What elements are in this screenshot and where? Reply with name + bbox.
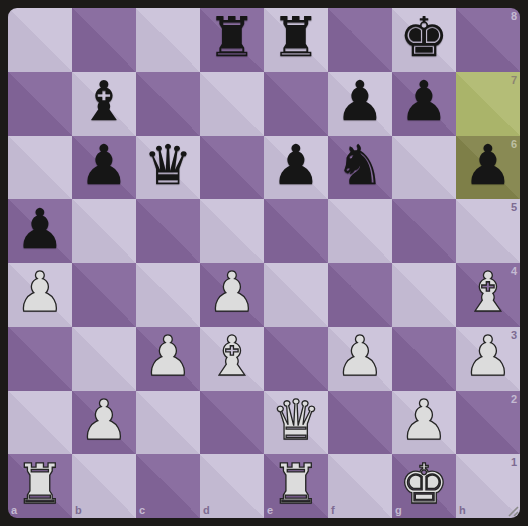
piece-black-king[interactable]: ♚ xyxy=(392,8,456,72)
page-background: { "game": "chess", "board_theme": "purpl… xyxy=(0,0,528,526)
square-e5[interactable] xyxy=(264,199,328,263)
piece-white-pawn[interactable]: ♟ xyxy=(456,327,520,391)
piece-white-bishop[interactable]: ♝ xyxy=(200,327,264,391)
square-a4[interactable]: ♟ xyxy=(8,263,72,327)
square-b6[interactable]: ♟ xyxy=(72,136,136,200)
square-f5[interactable] xyxy=(328,199,392,263)
square-c5[interactable] xyxy=(136,199,200,263)
square-e3[interactable] xyxy=(264,327,328,391)
square-c3[interactable]: ♟ xyxy=(136,327,200,391)
square-c4[interactable] xyxy=(136,263,200,327)
piece-black-queen[interactable]: ♛ xyxy=(136,136,200,200)
square-g3[interactable] xyxy=(392,327,456,391)
piece-black-pawn[interactable]: ♟ xyxy=(264,136,328,200)
square-b5[interactable] xyxy=(72,199,136,263)
piece-white-pawn[interactable]: ♟ xyxy=(328,327,392,391)
square-h6[interactable]: 6♟ xyxy=(456,136,520,200)
piece-white-pawn[interactable]: ♟ xyxy=(72,391,136,455)
coord-rank-1: 1 xyxy=(511,456,517,468)
coord-file-b: b xyxy=(75,504,82,516)
square-a7[interactable] xyxy=(8,72,72,136)
square-d6[interactable] xyxy=(200,136,264,200)
square-b7[interactable]: ♝ xyxy=(72,72,136,136)
square-a5[interactable]: ♟ xyxy=(8,199,72,263)
square-g8[interactable]: ♚ xyxy=(392,8,456,72)
square-f8[interactable] xyxy=(328,8,392,72)
square-d4[interactable]: ♟ xyxy=(200,263,264,327)
square-g4[interactable] xyxy=(392,263,456,327)
square-f7[interactable]: ♟ xyxy=(328,72,392,136)
coord-file-h: h xyxy=(459,504,466,516)
piece-white-pawn[interactable]: ♟ xyxy=(136,327,200,391)
square-h5[interactable]: 5 xyxy=(456,199,520,263)
square-c1[interactable]: c xyxy=(136,454,200,518)
square-a8[interactable] xyxy=(8,8,72,72)
piece-white-rook[interactable]: ♜ xyxy=(264,454,328,518)
square-c7[interactable] xyxy=(136,72,200,136)
chessboard-frame: ♜♜♚8♝♟♟7♟♛♟♞6♟♟5♟♟4♝♟♝♟3♟♟♛♟2a♜bcde♜fg♚1… xyxy=(8,8,520,518)
square-e4[interactable] xyxy=(264,263,328,327)
square-b1[interactable]: b xyxy=(72,454,136,518)
square-e7[interactable] xyxy=(264,72,328,136)
piece-white-queen[interactable]: ♛ xyxy=(264,391,328,455)
square-a2[interactable] xyxy=(8,391,72,455)
square-d5[interactable] xyxy=(200,199,264,263)
square-d1[interactable]: d xyxy=(200,454,264,518)
square-e2[interactable]: ♛ xyxy=(264,391,328,455)
coord-rank-8: 8 xyxy=(511,10,517,22)
coord-rank-5: 5 xyxy=(511,201,517,213)
square-d2[interactable] xyxy=(200,391,264,455)
square-h4[interactable]: 4♝ xyxy=(456,263,520,327)
piece-black-pawn[interactable]: ♟ xyxy=(328,72,392,136)
coord-file-c: c xyxy=(139,504,145,516)
square-f1[interactable]: f xyxy=(328,454,392,518)
square-a3[interactable] xyxy=(8,327,72,391)
square-g7[interactable]: ♟ xyxy=(392,72,456,136)
square-e6[interactable]: ♟ xyxy=(264,136,328,200)
square-e1[interactable]: e♜ xyxy=(264,454,328,518)
square-d3[interactable]: ♝ xyxy=(200,327,264,391)
coord-rank-2: 2 xyxy=(511,393,517,405)
coord-file-f: f xyxy=(331,504,335,516)
piece-white-pawn[interactable]: ♟ xyxy=(8,263,72,327)
square-f3[interactable]: ♟ xyxy=(328,327,392,391)
piece-black-pawn[interactable]: ♟ xyxy=(8,199,72,263)
piece-black-pawn[interactable]: ♟ xyxy=(392,72,456,136)
piece-white-pawn[interactable]: ♟ xyxy=(200,263,264,327)
piece-white-king[interactable]: ♚ xyxy=(392,454,456,518)
piece-black-bishop[interactable]: ♝ xyxy=(72,72,136,136)
square-c6[interactable]: ♛ xyxy=(136,136,200,200)
square-g6[interactable] xyxy=(392,136,456,200)
piece-white-bishop[interactable]: ♝ xyxy=(456,263,520,327)
piece-white-pawn[interactable]: ♟ xyxy=(392,391,456,455)
square-h8[interactable]: 8 xyxy=(456,8,520,72)
square-g2[interactable]: ♟ xyxy=(392,391,456,455)
square-g5[interactable] xyxy=(392,199,456,263)
square-f4[interactable] xyxy=(328,263,392,327)
chessboard: ♜♜♚8♝♟♟7♟♛♟♞6♟♟5♟♟4♝♟♝♟3♟♟♛♟2a♜bcde♜fg♚1… xyxy=(8,8,520,518)
square-h2[interactable]: 2 xyxy=(456,391,520,455)
square-a6[interactable] xyxy=(8,136,72,200)
square-b2[interactable]: ♟ xyxy=(72,391,136,455)
piece-black-rook[interactable]: ♜ xyxy=(264,8,328,72)
coord-file-d: d xyxy=(203,504,210,516)
piece-black-knight[interactable]: ♞ xyxy=(328,136,392,200)
square-c8[interactable] xyxy=(136,8,200,72)
square-e8[interactable]: ♜ xyxy=(264,8,328,72)
square-g1[interactable]: g♚ xyxy=(392,454,456,518)
square-b8[interactable] xyxy=(72,8,136,72)
square-b3[interactable] xyxy=(72,327,136,391)
square-c2[interactable] xyxy=(136,391,200,455)
square-b4[interactable] xyxy=(72,263,136,327)
square-a1[interactable]: a♜ xyxy=(8,454,72,518)
resize-handle[interactable] xyxy=(506,504,519,517)
square-h1[interactable]: 1h xyxy=(456,454,520,518)
piece-black-pawn[interactable]: ♟ xyxy=(456,136,520,200)
square-f2[interactable] xyxy=(328,391,392,455)
square-d7[interactable] xyxy=(200,72,264,136)
piece-black-pawn[interactable]: ♟ xyxy=(72,136,136,200)
piece-white-rook[interactable]: ♜ xyxy=(8,454,72,518)
square-h7[interactable]: 7 xyxy=(456,72,520,136)
coord-rank-7: 7 xyxy=(511,74,517,86)
square-h3[interactable]: 3♟ xyxy=(456,327,520,391)
square-f6[interactable]: ♞ xyxy=(328,136,392,200)
piece-black-rook[interactable]: ♜ xyxy=(200,8,264,72)
square-d8[interactable]: ♜ xyxy=(200,8,264,72)
